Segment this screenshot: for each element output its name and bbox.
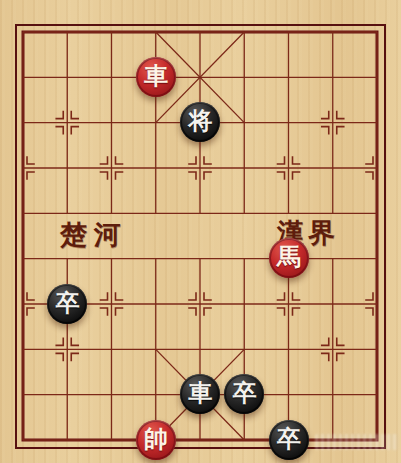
piece-glyph: 卒 (232, 381, 256, 405)
piece-red-horse[interactable]: 馬 (269, 238, 309, 278)
xiangqi-board[interactable]: 楚河 漢界 車将馬卒車卒帥卒 (0, 0, 401, 463)
piece-black-general[interactable]: 将 (180, 102, 220, 142)
xiangqi-app: 楚河 漢界 車将馬卒車卒帥卒 (0, 0, 401, 463)
piece-black-soldier[interactable]: 卒 (269, 420, 309, 460)
piece-black-soldier[interactable]: 卒 (224, 374, 264, 414)
piece-glyph: 将 (188, 109, 212, 133)
piece-black-chariot[interactable]: 車 (180, 374, 220, 414)
piece-glyph: 卒 (277, 427, 301, 451)
piece-black-soldier[interactable]: 卒 (47, 284, 87, 324)
piece-glyph: 卒 (55, 291, 79, 315)
piece-red-general[interactable]: 帥 (136, 420, 176, 460)
piece-red-chariot[interactable]: 車 (136, 57, 176, 97)
pieces-layer: 車将馬卒車卒帥卒 (1, 9, 399, 462)
piece-glyph: 馬 (277, 245, 301, 269)
piece-glyph: 車 (188, 381, 212, 405)
piece-glyph: 車 (144, 64, 168, 88)
piece-glyph: 帥 (144, 427, 168, 451)
